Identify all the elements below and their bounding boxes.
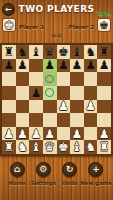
piece-black-pawn: ♟ — [3, 59, 14, 71]
square-e6[interactable] — [57, 72, 71, 86]
square-b5[interactable] — [16, 86, 30, 100]
piece-black-pawn: ♟ — [58, 59, 69, 71]
white-king-icon: ♚ — [4, 20, 14, 31]
new-game-label: New game — [80, 180, 111, 186]
player1-avatar[interactable]: ♚ — [2, 18, 16, 32]
square-f7[interactable]: ♟ — [70, 59, 84, 73]
square-b1[interactable]: ♞ — [16, 140, 30, 154]
square-f1[interactable]: ♝ — [70, 140, 84, 154]
square-c3[interactable] — [29, 113, 43, 127]
piece-white-king: ♚ — [58, 141, 69, 153]
piece-white-rook: ♜ — [99, 141, 110, 153]
square-b4[interactable] — [16, 100, 30, 114]
square-a2[interactable]: ♟ — [2, 127, 16, 141]
square-g8[interactable]: ♞ — [84, 45, 98, 59]
square-b7[interactable]: ♟ — [16, 59, 30, 73]
square-h3[interactable] — [97, 113, 111, 127]
piece-white-bishop: ♝ — [72, 141, 83, 153]
square-c1[interactable]: ♝ — [29, 140, 43, 154]
chess-board: ♜♞♝♛♚♝♞♜♟♟♟♟♟♟♟♟♟♟♟♟♟♟♟♟♜♞♝♛♚♝♞♜ — [0, 43, 113, 156]
square-c8[interactable]: ♝ — [29, 45, 43, 59]
square-d6[interactable] — [43, 72, 57, 86]
black-king-icon: ♚ — [99, 20, 109, 31]
settings-gear-icon: ⚙ — [36, 162, 51, 177]
piece-black-pawn: ♟ — [99, 59, 110, 71]
square-b8[interactable]: ♞ — [16, 45, 30, 59]
undo-label: Undo — [62, 180, 78, 186]
square-c5[interactable]: ♟ — [29, 86, 43, 100]
square-e3[interactable] — [57, 113, 71, 127]
square-e4[interactable]: ♟ — [57, 100, 71, 114]
square-h5[interactable] — [97, 86, 111, 100]
square-f6[interactable] — [70, 72, 84, 86]
square-a7[interactable]: ♟ — [2, 59, 16, 73]
piece-black-pawn: ♟ — [85, 59, 96, 71]
square-g7[interactable]: ♟ — [84, 59, 98, 73]
square-e7[interactable]: ♟ — [57, 59, 71, 73]
piece-white-knight: ♞ — [17, 141, 28, 153]
bottom-toolbar: ⌂ Home ⚙ Settings ↻ Undo + New game — [0, 159, 113, 200]
square-f4[interactable] — [70, 100, 84, 114]
square-c7[interactable] — [29, 59, 43, 73]
piece-black-rook: ♜ — [99, 46, 110, 58]
piece-white-pawn: ♟ — [44, 128, 55, 140]
square-d5[interactable] — [43, 86, 57, 100]
piece-black-pawn: ♟ — [44, 59, 55, 71]
square-d3[interactable] — [43, 113, 57, 127]
square-a5[interactable] — [2, 86, 16, 100]
square-h7[interactable]: ♟ — [97, 59, 111, 73]
square-f8[interactable]: ♝ — [70, 45, 84, 59]
piece-black-pawn: ♟ — [31, 87, 42, 99]
settings-label: Settings — [31, 180, 56, 186]
piece-white-pawn: ♟ — [99, 128, 110, 140]
piece-white-knight: ♞ — [85, 141, 96, 153]
piece-white-pawn: ♟ — [31, 128, 42, 140]
square-f3[interactable] — [70, 113, 84, 127]
piece-black-pawn: ♟ — [17, 59, 28, 71]
piece-black-rook: ♜ — [3, 46, 14, 58]
square-a6[interactable] — [2, 72, 16, 86]
square-c4[interactable] — [29, 100, 43, 114]
square-e8[interactable]: ♚ — [57, 45, 71, 59]
piece-white-pawn: ♟ — [17, 128, 28, 140]
square-f2[interactable]: ♟ — [70, 127, 84, 141]
square-d4[interactable] — [43, 100, 57, 114]
square-h1[interactable]: ♜ — [97, 140, 111, 154]
piece-white-rook: ♜ — [3, 141, 14, 153]
home-label: Home — [8, 180, 25, 186]
score-display: 0-0 — [0, 33, 113, 39]
square-c2[interactable]: ♟ — [29, 127, 43, 141]
piece-black-knight: ♞ — [17, 46, 28, 58]
square-h2[interactable]: ♟ — [97, 127, 111, 141]
square-h6[interactable] — [97, 72, 111, 86]
piece-black-queen: ♛ — [44, 46, 55, 58]
square-b6[interactable] — [16, 72, 30, 86]
player1-name: Player 1 — [19, 24, 44, 30]
piece-white-bishop: ♝ — [31, 141, 42, 153]
square-c6[interactable] — [29, 72, 43, 86]
square-g4[interactable]: ♟ — [84, 100, 98, 114]
piece-black-bishop: ♝ — [31, 46, 42, 58]
new-game-button[interactable]: + New game — [83, 162, 109, 186]
square-b3[interactable] — [16, 113, 30, 127]
home-button[interactable]: ⌂ Home — [4, 162, 30, 186]
home-icon: ⌂ — [10, 162, 25, 177]
square-f5[interactable] — [70, 86, 84, 100]
new-game-plus-icon: + — [88, 162, 103, 177]
square-a3[interactable] — [2, 113, 16, 127]
square-a8[interactable]: ♜ — [2, 45, 16, 59]
square-e5[interactable] — [57, 86, 71, 100]
piece-white-pawn: ♟ — [58, 100, 69, 112]
chess-app: ← TWO PLAYERS ♚ Player 1 Turn ▼ Player 2… — [0, 0, 113, 200]
piece-black-pawn: ♟ — [72, 59, 83, 71]
square-e2[interactable] — [57, 127, 71, 141]
square-d2[interactable]: ♟ — [43, 127, 57, 141]
settings-button[interactable]: ⚙ Settings — [30, 162, 56, 186]
square-a4[interactable] — [2, 100, 16, 114]
piece-white-pawn: ♟ — [72, 128, 83, 140]
undo-arrow-icon: ↻ — [62, 162, 77, 177]
piece-black-knight: ♞ — [85, 46, 96, 58]
square-g6[interactable] — [84, 72, 98, 86]
player2-name: Player 2 — [69, 24, 94, 30]
square-g5[interactable] — [84, 86, 98, 100]
piece-white-pawn: ♟ — [3, 128, 14, 140]
square-d1[interactable]: ♛ — [43, 140, 57, 154]
square-g1[interactable]: ♞ — [84, 140, 98, 154]
piece-black-bishop: ♝ — [72, 46, 83, 58]
player2-avatar[interactable]: ♚ — [97, 18, 111, 32]
square-g3[interactable] — [84, 113, 98, 127]
undo-button[interactable]: ↻ Undo — [57, 162, 83, 186]
piece-black-king: ♚ — [58, 46, 69, 58]
square-h4[interactable] — [97, 100, 111, 114]
square-h8[interactable]: ♜ — [97, 45, 111, 59]
square-d7[interactable]: ♟ — [43, 59, 57, 73]
square-d8[interactable]: ♛ — [43, 45, 57, 59]
square-a1[interactable]: ♜ — [2, 140, 16, 154]
square-b2[interactable]: ♟ — [16, 127, 30, 141]
piece-white-queen: ♛ — [44, 141, 55, 153]
square-e1[interactable]: ♚ — [57, 140, 71, 154]
square-g2[interactable] — [84, 127, 98, 141]
piece-white-pawn: ♟ — [85, 100, 96, 112]
